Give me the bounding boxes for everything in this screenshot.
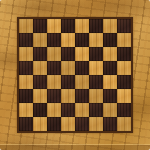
square-e6[interactable]	[75, 47, 89, 61]
square-b6[interactable]	[33, 47, 47, 61]
square-b3[interactable]	[33, 89, 47, 103]
square-d4[interactable]	[61, 75, 75, 89]
square-a6[interactable]	[19, 47, 33, 61]
square-f1[interactable]	[89, 117, 103, 131]
square-e7[interactable]	[75, 33, 89, 47]
square-b4[interactable]	[33, 75, 47, 89]
square-e1[interactable]	[75, 117, 89, 131]
square-c3[interactable]	[47, 89, 61, 103]
square-c4[interactable]	[47, 75, 61, 89]
square-b1[interactable]	[33, 117, 47, 131]
square-a1[interactable]	[19, 117, 33, 131]
square-e3[interactable]	[75, 89, 89, 103]
square-f5[interactable]	[89, 61, 103, 75]
square-b8[interactable]	[33, 19, 47, 33]
square-d1[interactable]	[61, 117, 75, 131]
square-g6[interactable]	[103, 47, 117, 61]
square-a4[interactable]	[19, 75, 33, 89]
square-g4[interactable]	[103, 75, 117, 89]
square-h4[interactable]	[117, 75, 131, 89]
chessboard-photo	[0, 0, 150, 150]
square-b2[interactable]	[33, 103, 47, 117]
board-bottom-edge	[0, 144, 150, 150]
square-d7[interactable]	[61, 33, 75, 47]
square-b5[interactable]	[33, 61, 47, 75]
square-e2[interactable]	[75, 103, 89, 117]
board-grid	[19, 19, 131, 131]
square-e8[interactable]	[75, 19, 89, 33]
square-c7[interactable]	[47, 33, 61, 47]
square-f7[interactable]	[89, 33, 103, 47]
square-g2[interactable]	[103, 103, 117, 117]
square-a3[interactable]	[19, 89, 33, 103]
square-h3[interactable]	[117, 89, 131, 103]
square-e5[interactable]	[75, 61, 89, 75]
square-c2[interactable]	[47, 103, 61, 117]
square-d2[interactable]	[61, 103, 75, 117]
square-a7[interactable]	[19, 33, 33, 47]
square-d3[interactable]	[61, 89, 75, 103]
square-g5[interactable]	[103, 61, 117, 75]
square-d6[interactable]	[61, 47, 75, 61]
square-h1[interactable]	[117, 117, 131, 131]
square-f2[interactable]	[89, 103, 103, 117]
square-a5[interactable]	[19, 61, 33, 75]
square-f4[interactable]	[89, 75, 103, 89]
square-h5[interactable]	[117, 61, 131, 75]
square-a2[interactable]	[19, 103, 33, 117]
square-h7[interactable]	[117, 33, 131, 47]
square-a8[interactable]	[19, 19, 33, 33]
square-f3[interactable]	[89, 89, 103, 103]
square-c1[interactable]	[47, 117, 61, 131]
board-frame	[0, 0, 150, 150]
square-g1[interactable]	[103, 117, 117, 131]
square-b7[interactable]	[33, 33, 47, 47]
square-c8[interactable]	[47, 19, 61, 33]
square-d8[interactable]	[61, 19, 75, 33]
square-c5[interactable]	[47, 61, 61, 75]
square-f6[interactable]	[89, 47, 103, 61]
square-g8[interactable]	[103, 19, 117, 33]
playing-area	[17, 17, 133, 133]
square-e4[interactable]	[75, 75, 89, 89]
square-h6[interactable]	[117, 47, 131, 61]
square-c6[interactable]	[47, 47, 61, 61]
square-h2[interactable]	[117, 103, 131, 117]
square-d5[interactable]	[61, 61, 75, 75]
square-f8[interactable]	[89, 19, 103, 33]
square-g7[interactable]	[103, 33, 117, 47]
square-g3[interactable]	[103, 89, 117, 103]
square-h8[interactable]	[117, 19, 131, 33]
